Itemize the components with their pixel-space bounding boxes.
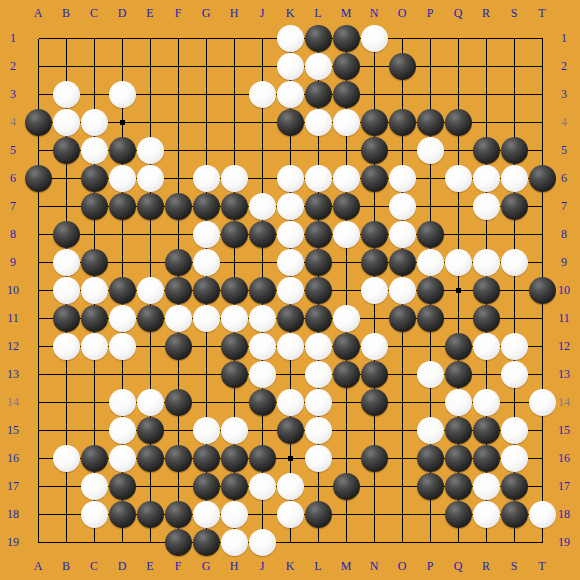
point-K8[interactable]	[276, 220, 304, 248]
point-F11[interactable]	[164, 304, 192, 332]
point-N5[interactable]	[360, 136, 388, 164]
point-S7[interactable]	[500, 192, 528, 220]
point-R3[interactable]	[472, 80, 500, 108]
point-Q6[interactable]	[444, 164, 472, 192]
point-A11[interactable]	[24, 304, 52, 332]
point-O19[interactable]	[388, 528, 416, 556]
point-P15[interactable]	[416, 416, 444, 444]
point-K2[interactable]	[276, 52, 304, 80]
point-N8[interactable]	[360, 220, 388, 248]
point-D11[interactable]	[108, 304, 136, 332]
point-O15[interactable]	[388, 416, 416, 444]
point-D2[interactable]	[108, 52, 136, 80]
point-H2[interactable]	[220, 52, 248, 80]
point-M3[interactable]	[332, 80, 360, 108]
point-G1[interactable]	[192, 24, 220, 52]
point-L9[interactable]	[304, 248, 332, 276]
point-G7[interactable]	[192, 192, 220, 220]
point-C14[interactable]	[80, 388, 108, 416]
point-Q17[interactable]	[444, 472, 472, 500]
point-B4[interactable]	[52, 108, 80, 136]
point-P16[interactable]	[416, 444, 444, 472]
point-A4[interactable]	[24, 108, 52, 136]
point-D6[interactable]	[108, 164, 136, 192]
point-B19[interactable]	[52, 528, 80, 556]
point-L16[interactable]	[304, 444, 332, 472]
point-G15[interactable]	[192, 416, 220, 444]
point-J13[interactable]	[248, 360, 276, 388]
point-C12[interactable]	[80, 332, 108, 360]
point-Q10[interactable]	[444, 276, 472, 304]
point-D10[interactable]	[108, 276, 136, 304]
point-L5[interactable]	[304, 136, 332, 164]
point-Q9[interactable]	[444, 248, 472, 276]
point-Q8[interactable]	[444, 220, 472, 248]
point-E11[interactable]	[136, 304, 164, 332]
point-L11[interactable]	[304, 304, 332, 332]
point-Q3[interactable]	[444, 80, 472, 108]
point-P5[interactable]	[416, 136, 444, 164]
point-E1[interactable]	[136, 24, 164, 52]
point-G5[interactable]	[192, 136, 220, 164]
point-J8[interactable]	[248, 220, 276, 248]
point-P7[interactable]	[416, 192, 444, 220]
point-K19[interactable]	[276, 528, 304, 556]
point-N2[interactable]	[360, 52, 388, 80]
point-F18[interactable]	[164, 500, 192, 528]
point-C11[interactable]	[80, 304, 108, 332]
point-P2[interactable]	[416, 52, 444, 80]
point-R10[interactable]	[472, 276, 500, 304]
point-M8[interactable]	[332, 220, 360, 248]
point-G14[interactable]	[192, 388, 220, 416]
point-F4[interactable]	[164, 108, 192, 136]
point-D15[interactable]	[108, 416, 136, 444]
point-M6[interactable]	[332, 164, 360, 192]
point-P18[interactable]	[416, 500, 444, 528]
point-K6[interactable]	[276, 164, 304, 192]
point-A10[interactable]	[24, 276, 52, 304]
point-L2[interactable]	[304, 52, 332, 80]
point-M18[interactable]	[332, 500, 360, 528]
point-A1[interactable]	[24, 24, 52, 52]
point-Q1[interactable]	[444, 24, 472, 52]
point-S2[interactable]	[500, 52, 528, 80]
point-P1[interactable]	[416, 24, 444, 52]
point-G17[interactable]	[192, 472, 220, 500]
point-N18[interactable]	[360, 500, 388, 528]
point-E19[interactable]	[136, 528, 164, 556]
point-Q5[interactable]	[444, 136, 472, 164]
point-Q18[interactable]	[444, 500, 472, 528]
point-J15[interactable]	[248, 416, 276, 444]
point-H5[interactable]	[220, 136, 248, 164]
point-C16[interactable]	[80, 444, 108, 472]
point-D13[interactable]	[108, 360, 136, 388]
point-S18[interactable]	[500, 500, 528, 528]
point-B14[interactable]	[52, 388, 80, 416]
point-O14[interactable]	[388, 388, 416, 416]
point-M17[interactable]	[332, 472, 360, 500]
point-A2[interactable]	[24, 52, 52, 80]
point-O2[interactable]	[388, 52, 416, 80]
point-Q15[interactable]	[444, 416, 472, 444]
point-C7[interactable]	[80, 192, 108, 220]
point-H4[interactable]	[220, 108, 248, 136]
point-A16[interactable]	[24, 444, 52, 472]
point-E17[interactable]	[136, 472, 164, 500]
point-E6[interactable]	[136, 164, 164, 192]
point-G10[interactable]	[192, 276, 220, 304]
point-B1[interactable]	[52, 24, 80, 52]
point-H18[interactable]	[220, 500, 248, 528]
point-K11[interactable]	[276, 304, 304, 332]
point-M16[interactable]	[332, 444, 360, 472]
point-A9[interactable]	[24, 248, 52, 276]
point-G16[interactable]	[192, 444, 220, 472]
point-D1[interactable]	[108, 24, 136, 52]
point-J10[interactable]	[248, 276, 276, 304]
point-L17[interactable]	[304, 472, 332, 500]
point-F12[interactable]	[164, 332, 192, 360]
point-N12[interactable]	[360, 332, 388, 360]
point-S19[interactable]	[500, 528, 528, 556]
point-M10[interactable]	[332, 276, 360, 304]
point-C15[interactable]	[80, 416, 108, 444]
point-F9[interactable]	[164, 248, 192, 276]
point-K13[interactable]	[276, 360, 304, 388]
point-C5[interactable]	[80, 136, 108, 164]
point-A6[interactable]	[24, 164, 52, 192]
point-P4[interactable]	[416, 108, 444, 136]
point-N6[interactable]	[360, 164, 388, 192]
point-S15[interactable]	[500, 416, 528, 444]
point-Q12[interactable]	[444, 332, 472, 360]
point-H3[interactable]	[220, 80, 248, 108]
point-J14[interactable]	[248, 388, 276, 416]
point-H8[interactable]	[220, 220, 248, 248]
point-R9[interactable]	[472, 248, 500, 276]
point-L14[interactable]	[304, 388, 332, 416]
point-D9[interactable]	[108, 248, 136, 276]
point-M7[interactable]	[332, 192, 360, 220]
point-A8[interactable]	[24, 220, 52, 248]
point-B11[interactable]	[52, 304, 80, 332]
point-S3[interactable]	[500, 80, 528, 108]
point-H12[interactable]	[220, 332, 248, 360]
point-R19[interactable]	[472, 528, 500, 556]
point-O1[interactable]	[388, 24, 416, 52]
point-J18[interactable]	[248, 500, 276, 528]
point-C17[interactable]	[80, 472, 108, 500]
point-L13[interactable]	[304, 360, 332, 388]
point-J16[interactable]	[248, 444, 276, 472]
point-H13[interactable]	[220, 360, 248, 388]
point-M2[interactable]	[332, 52, 360, 80]
point-R11[interactable]	[472, 304, 500, 332]
point-H11[interactable]	[220, 304, 248, 332]
point-K4[interactable]	[276, 108, 304, 136]
point-H14[interactable]	[220, 388, 248, 416]
point-R6[interactable]	[472, 164, 500, 192]
point-L7[interactable]	[304, 192, 332, 220]
point-R4[interactable]	[472, 108, 500, 136]
point-L6[interactable]	[304, 164, 332, 192]
point-N4[interactable]	[360, 108, 388, 136]
point-G3[interactable]	[192, 80, 220, 108]
point-B10[interactable]	[52, 276, 80, 304]
point-M14[interactable]	[332, 388, 360, 416]
point-Q19[interactable]	[444, 528, 472, 556]
point-E4[interactable]	[136, 108, 164, 136]
point-N10[interactable]	[360, 276, 388, 304]
point-L15[interactable]	[304, 416, 332, 444]
point-J6[interactable]	[248, 164, 276, 192]
point-O4[interactable]	[388, 108, 416, 136]
point-O17[interactable]	[388, 472, 416, 500]
point-F14[interactable]	[164, 388, 192, 416]
point-G9[interactable]	[192, 248, 220, 276]
point-C8[interactable]	[80, 220, 108, 248]
point-R16[interactable]	[472, 444, 500, 472]
point-R8[interactable]	[472, 220, 500, 248]
point-C13[interactable]	[80, 360, 108, 388]
point-E13[interactable]	[136, 360, 164, 388]
point-A18[interactable]	[24, 500, 52, 528]
point-N14[interactable]	[360, 388, 388, 416]
point-K14[interactable]	[276, 388, 304, 416]
point-C2[interactable]	[80, 52, 108, 80]
point-M13[interactable]	[332, 360, 360, 388]
point-B13[interactable]	[52, 360, 80, 388]
point-B5[interactable]	[52, 136, 80, 164]
point-K5[interactable]	[276, 136, 304, 164]
point-A13[interactable]	[24, 360, 52, 388]
point-F10[interactable]	[164, 276, 192, 304]
point-G18[interactable]	[192, 500, 220, 528]
point-J7[interactable]	[248, 192, 276, 220]
point-E8[interactable]	[136, 220, 164, 248]
point-E5[interactable]	[136, 136, 164, 164]
point-H9[interactable]	[220, 248, 248, 276]
point-P13[interactable]	[416, 360, 444, 388]
point-Q13[interactable]	[444, 360, 472, 388]
point-B6[interactable]	[52, 164, 80, 192]
point-O12[interactable]	[388, 332, 416, 360]
point-K10[interactable]	[276, 276, 304, 304]
point-F19[interactable]	[164, 528, 192, 556]
point-N7[interactable]	[360, 192, 388, 220]
point-S6[interactable]	[500, 164, 528, 192]
point-H15[interactable]	[220, 416, 248, 444]
point-N16[interactable]	[360, 444, 388, 472]
point-S12[interactable]	[500, 332, 528, 360]
point-H17[interactable]	[220, 472, 248, 500]
point-E16[interactable]	[136, 444, 164, 472]
point-E7[interactable]	[136, 192, 164, 220]
point-G12[interactable]	[192, 332, 220, 360]
point-K12[interactable]	[276, 332, 304, 360]
point-D12[interactable]	[108, 332, 136, 360]
point-K15[interactable]	[276, 416, 304, 444]
point-J4[interactable]	[248, 108, 276, 136]
point-O13[interactable]	[388, 360, 416, 388]
point-B8[interactable]	[52, 220, 80, 248]
point-C9[interactable]	[80, 248, 108, 276]
point-L19[interactable]	[304, 528, 332, 556]
point-L10[interactable]	[304, 276, 332, 304]
point-D5[interactable]	[108, 136, 136, 164]
point-F2[interactable]	[164, 52, 192, 80]
point-O11[interactable]	[388, 304, 416, 332]
point-F17[interactable]	[164, 472, 192, 500]
point-M5[interactable]	[332, 136, 360, 164]
point-J2[interactable]	[248, 52, 276, 80]
point-O6[interactable]	[388, 164, 416, 192]
point-J19[interactable]	[248, 528, 276, 556]
point-A5[interactable]	[24, 136, 52, 164]
point-G13[interactable]	[192, 360, 220, 388]
point-S13[interactable]	[500, 360, 528, 388]
point-G2[interactable]	[192, 52, 220, 80]
point-N9[interactable]	[360, 248, 388, 276]
point-D16[interactable]	[108, 444, 136, 472]
point-B16[interactable]	[52, 444, 80, 472]
point-R13[interactable]	[472, 360, 500, 388]
point-H7[interactable]	[220, 192, 248, 220]
point-O7[interactable]	[388, 192, 416, 220]
point-S8[interactable]	[500, 220, 528, 248]
point-B3[interactable]	[52, 80, 80, 108]
point-G8[interactable]	[192, 220, 220, 248]
point-C10[interactable]	[80, 276, 108, 304]
point-R18[interactable]	[472, 500, 500, 528]
point-M9[interactable]	[332, 248, 360, 276]
point-N1[interactable]	[360, 24, 388, 52]
point-S10[interactable]	[500, 276, 528, 304]
point-O16[interactable]	[388, 444, 416, 472]
point-P8[interactable]	[416, 220, 444, 248]
point-Q2[interactable]	[444, 52, 472, 80]
point-S4[interactable]	[500, 108, 528, 136]
point-O3[interactable]	[388, 80, 416, 108]
point-B7[interactable]	[52, 192, 80, 220]
point-Q4[interactable]	[444, 108, 472, 136]
point-M1[interactable]	[332, 24, 360, 52]
point-C1[interactable]	[80, 24, 108, 52]
point-C4[interactable]	[80, 108, 108, 136]
point-O10[interactable]	[388, 276, 416, 304]
point-A7[interactable]	[24, 192, 52, 220]
point-H1[interactable]	[220, 24, 248, 52]
point-B15[interactable]	[52, 416, 80, 444]
point-L12[interactable]	[304, 332, 332, 360]
point-L8[interactable]	[304, 220, 332, 248]
point-A14[interactable]	[24, 388, 52, 416]
point-M4[interactable]	[332, 108, 360, 136]
point-Q14[interactable]	[444, 388, 472, 416]
point-P19[interactable]	[416, 528, 444, 556]
point-M11[interactable]	[332, 304, 360, 332]
point-F16[interactable]	[164, 444, 192, 472]
point-G4[interactable]	[192, 108, 220, 136]
point-R15[interactable]	[472, 416, 500, 444]
point-P12[interactable]	[416, 332, 444, 360]
point-K18[interactable]	[276, 500, 304, 528]
point-F15[interactable]	[164, 416, 192, 444]
point-E10[interactable]	[136, 276, 164, 304]
point-S9[interactable]	[500, 248, 528, 276]
point-N11[interactable]	[360, 304, 388, 332]
point-R12[interactable]	[472, 332, 500, 360]
point-E15[interactable]	[136, 416, 164, 444]
point-L18[interactable]	[304, 500, 332, 528]
point-K9[interactable]	[276, 248, 304, 276]
point-C19[interactable]	[80, 528, 108, 556]
point-D4[interactable]	[108, 108, 136, 136]
point-E14[interactable]	[136, 388, 164, 416]
point-Q7[interactable]	[444, 192, 472, 220]
point-N15[interactable]	[360, 416, 388, 444]
point-R2[interactable]	[472, 52, 500, 80]
point-R7[interactable]	[472, 192, 500, 220]
point-A19[interactable]	[24, 528, 52, 556]
point-E3[interactable]	[136, 80, 164, 108]
point-Q11[interactable]	[444, 304, 472, 332]
point-A12[interactable]	[24, 332, 52, 360]
point-P3[interactable]	[416, 80, 444, 108]
point-D17[interactable]	[108, 472, 136, 500]
point-B2[interactable]	[52, 52, 80, 80]
point-M15[interactable]	[332, 416, 360, 444]
point-F13[interactable]	[164, 360, 192, 388]
point-D3[interactable]	[108, 80, 136, 108]
point-N19[interactable]	[360, 528, 388, 556]
point-B18[interactable]	[52, 500, 80, 528]
point-G6[interactable]	[192, 164, 220, 192]
point-R5[interactable]	[472, 136, 500, 164]
point-C3[interactable]	[80, 80, 108, 108]
point-K17[interactable]	[276, 472, 304, 500]
point-F1[interactable]	[164, 24, 192, 52]
point-F5[interactable]	[164, 136, 192, 164]
point-L4[interactable]	[304, 108, 332, 136]
point-K3[interactable]	[276, 80, 304, 108]
point-N13[interactable]	[360, 360, 388, 388]
point-C18[interactable]	[80, 500, 108, 528]
point-G19[interactable]	[192, 528, 220, 556]
point-B9[interactable]	[52, 248, 80, 276]
point-J9[interactable]	[248, 248, 276, 276]
point-A15[interactable]	[24, 416, 52, 444]
point-R17[interactable]	[472, 472, 500, 500]
point-R14[interactable]	[472, 388, 500, 416]
point-H6[interactable]	[220, 164, 248, 192]
point-J17[interactable]	[248, 472, 276, 500]
point-E18[interactable]	[136, 500, 164, 528]
point-O9[interactable]	[388, 248, 416, 276]
point-M19[interactable]	[332, 528, 360, 556]
point-H19[interactable]	[220, 528, 248, 556]
point-H10[interactable]	[220, 276, 248, 304]
point-K16[interactable]	[276, 444, 304, 472]
point-D19[interactable]	[108, 528, 136, 556]
point-F8[interactable]	[164, 220, 192, 248]
point-F6[interactable]	[164, 164, 192, 192]
point-B12[interactable]	[52, 332, 80, 360]
point-D14[interactable]	[108, 388, 136, 416]
point-Q16[interactable]	[444, 444, 472, 472]
